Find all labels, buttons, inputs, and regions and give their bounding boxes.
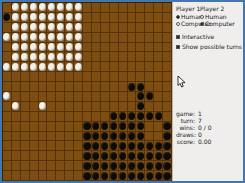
radio-button-icon[interactable] xyxy=(176,22,180,26)
board-cell[interactable] xyxy=(21,171,30,181)
board-cell[interactable] xyxy=(128,3,137,13)
board-cell[interactable] xyxy=(154,3,163,13)
board-cell[interactable] xyxy=(101,52,110,62)
board-cell[interactable] xyxy=(12,122,21,132)
board-cell[interactable] xyxy=(92,151,101,161)
board-cell[interactable] xyxy=(110,171,119,181)
board-cell[interactable] xyxy=(110,33,119,43)
board-cell[interactable] xyxy=(136,151,145,161)
board-cell[interactable] xyxy=(128,43,137,53)
board-cell[interactable] xyxy=(56,3,65,13)
board-cell[interactable] xyxy=(119,92,128,102)
board-cell[interactable] xyxy=(65,3,74,13)
board-cell[interactable] xyxy=(136,33,145,43)
board-cell[interactable] xyxy=(145,23,154,33)
board-cell[interactable] xyxy=(145,161,154,171)
board-cell[interactable] xyxy=(119,171,128,181)
board-cell[interactable] xyxy=(47,82,56,92)
board-cell[interactable] xyxy=(92,72,101,82)
board-cell[interactable] xyxy=(56,102,65,112)
board-cell[interactable] xyxy=(119,102,128,112)
board-cell[interactable] xyxy=(21,92,30,102)
board-cell[interactable] xyxy=(110,102,119,112)
board-cell[interactable] xyxy=(12,52,21,62)
board-cell[interactable] xyxy=(30,72,39,82)
board-cell[interactable] xyxy=(163,132,172,142)
board-cell[interactable] xyxy=(65,92,74,102)
board-cell[interactable] xyxy=(145,171,154,181)
board-cell[interactable] xyxy=(136,92,145,102)
board-cell[interactable] xyxy=(119,72,128,82)
board-cell[interactable] xyxy=(83,132,92,142)
board-cell[interactable] xyxy=(47,52,56,62)
board-cell[interactable] xyxy=(163,151,172,161)
player2-human-option[interactable]: Human xyxy=(200,13,242,20)
board-cell[interactable] xyxy=(136,3,145,13)
board-cell[interactable] xyxy=(65,62,74,72)
board-cell[interactable] xyxy=(136,23,145,33)
board-cell[interactable] xyxy=(30,82,39,92)
board-cell[interactable] xyxy=(39,112,48,122)
board-cell[interactable] xyxy=(65,161,74,171)
board-cell[interactable] xyxy=(128,141,137,151)
board-cell[interactable] xyxy=(110,82,119,92)
board-cell[interactable] xyxy=(154,43,163,53)
board-cell[interactable] xyxy=(119,43,128,53)
board-cell[interactable] xyxy=(154,82,163,92)
board-cell[interactable] xyxy=(65,122,74,132)
board-cell[interactable] xyxy=(83,43,92,53)
board-cell[interactable] xyxy=(110,13,119,23)
board-cell[interactable] xyxy=(119,3,128,13)
board-cell[interactable] xyxy=(136,43,145,53)
board-cell[interactable] xyxy=(110,3,119,13)
board-cell[interactable] xyxy=(39,141,48,151)
board-cell[interactable] xyxy=(39,92,48,102)
board-cell[interactable] xyxy=(83,151,92,161)
board-cell[interactable] xyxy=(74,132,83,142)
board-cell[interactable] xyxy=(110,62,119,72)
board-cell[interactable] xyxy=(74,171,83,181)
board-cell[interactable] xyxy=(30,33,39,43)
board-cell[interactable] xyxy=(92,3,101,13)
board-cell[interactable] xyxy=(101,151,110,161)
board-cell[interactable] xyxy=(21,102,30,112)
board-cell[interactable] xyxy=(154,62,163,72)
board-cell[interactable] xyxy=(12,72,21,82)
board-cell[interactable] xyxy=(47,151,56,161)
board-cell[interactable] xyxy=(83,33,92,43)
board-cell[interactable] xyxy=(3,82,12,92)
board-cell[interactable] xyxy=(30,132,39,142)
board-cell[interactable] xyxy=(56,112,65,122)
board-cell[interactable] xyxy=(65,132,74,142)
board-cell[interactable] xyxy=(92,23,101,33)
board-cell[interactable] xyxy=(92,132,101,142)
board-cell[interactable] xyxy=(56,23,65,33)
board-cell[interactable] xyxy=(145,92,154,102)
board-cell[interactable] xyxy=(154,141,163,151)
board-cell[interactable] xyxy=(154,33,163,43)
board-cell[interactable] xyxy=(163,122,172,132)
board-cell[interactable] xyxy=(145,151,154,161)
board-cell[interactable] xyxy=(101,102,110,112)
board-cell[interactable] xyxy=(110,92,119,102)
board-cell[interactable] xyxy=(39,3,48,13)
board-cell[interactable] xyxy=(3,72,12,82)
board-cell[interactable] xyxy=(3,52,12,62)
board-cell[interactable] xyxy=(110,122,119,132)
board-cell[interactable] xyxy=(136,82,145,92)
board-cell[interactable] xyxy=(128,23,137,33)
board-cell[interactable] xyxy=(110,23,119,33)
board-cell[interactable] xyxy=(92,52,101,62)
board-cell[interactable] xyxy=(92,92,101,102)
board-cell[interactable] xyxy=(3,122,12,132)
board-cell[interactable] xyxy=(30,23,39,33)
board-cell[interactable] xyxy=(110,161,119,171)
board-cell[interactable] xyxy=(101,33,110,43)
board-cell[interactable] xyxy=(39,33,48,43)
board-cell[interactable] xyxy=(154,102,163,112)
interactive-checkbox-row[interactable]: Interactive xyxy=(176,33,242,40)
board-cell[interactable] xyxy=(83,161,92,171)
board-cell[interactable] xyxy=(56,33,65,43)
board-cell[interactable] xyxy=(154,151,163,161)
board-cell[interactable] xyxy=(47,122,56,132)
board-cell[interactable] xyxy=(163,13,172,23)
board-cell[interactable] xyxy=(83,3,92,13)
board-cell[interactable] xyxy=(101,112,110,122)
board-cell[interactable] xyxy=(92,13,101,23)
board-cell[interactable] xyxy=(12,171,21,181)
board-cell[interactable] xyxy=(12,13,21,23)
board-cell[interactable] xyxy=(145,82,154,92)
board-cell[interactable] xyxy=(110,43,119,53)
board-cell[interactable] xyxy=(12,92,21,102)
board-cell[interactable] xyxy=(154,132,163,142)
board-cell[interactable] xyxy=(154,112,163,122)
board-cell[interactable] xyxy=(128,62,137,72)
board-cell[interactable] xyxy=(145,102,154,112)
board-cell[interactable] xyxy=(163,92,172,102)
board-cell[interactable] xyxy=(136,62,145,72)
board-cell[interactable] xyxy=(119,52,128,62)
board-cell[interactable] xyxy=(128,112,137,122)
board-cell[interactable] xyxy=(136,132,145,142)
board-cell[interactable] xyxy=(92,171,101,181)
board-cell[interactable] xyxy=(65,43,74,53)
board-cell[interactable] xyxy=(145,141,154,151)
board-cell[interactable] xyxy=(92,33,101,43)
board-cell[interactable] xyxy=(65,33,74,43)
board-cell[interactable] xyxy=(163,112,172,122)
board-cell[interactable] xyxy=(74,62,83,72)
board-cell[interactable] xyxy=(92,62,101,72)
player2-computer-option[interactable]: Computer xyxy=(200,20,242,27)
board-cell[interactable] xyxy=(74,141,83,151)
board-cell[interactable] xyxy=(119,141,128,151)
board-cell[interactable] xyxy=(163,161,172,171)
board-cell[interactable] xyxy=(119,161,128,171)
board-cell[interactable] xyxy=(39,62,48,72)
board-cell[interactable] xyxy=(101,62,110,72)
board-cell[interactable] xyxy=(3,23,12,33)
board-cell[interactable] xyxy=(12,3,21,13)
board-cell[interactable] xyxy=(154,122,163,132)
board-cell[interactable] xyxy=(47,23,56,33)
board-cell[interactable] xyxy=(74,92,83,102)
board-cell[interactable] xyxy=(92,141,101,151)
board-cell[interactable] xyxy=(74,52,83,62)
board-cell[interactable] xyxy=(119,13,128,23)
board-cell[interactable] xyxy=(136,72,145,82)
board-cell[interactable] xyxy=(83,92,92,102)
board-cell[interactable] xyxy=(47,171,56,181)
board-cell[interactable] xyxy=(154,72,163,82)
board-cell[interactable] xyxy=(110,112,119,122)
board-cell[interactable] xyxy=(136,161,145,171)
board-cell[interactable] xyxy=(12,33,21,43)
board-cell[interactable] xyxy=(128,161,137,171)
board-cell[interactable] xyxy=(101,3,110,13)
board-cell[interactable] xyxy=(163,62,172,72)
player1-human-option[interactable]: Human xyxy=(176,13,199,20)
board-cell[interactable] xyxy=(128,82,137,92)
board-cell[interactable] xyxy=(56,13,65,23)
board-cell[interactable] xyxy=(56,151,65,161)
board-cell[interactable] xyxy=(30,161,39,171)
board-cell[interactable] xyxy=(30,171,39,181)
board-cell[interactable] xyxy=(3,102,12,112)
show-possible-turns-checkbox-row[interactable]: Show possible turns xyxy=(176,43,242,50)
reversi-board[interactable] xyxy=(2,2,172,181)
board-cell[interactable] xyxy=(128,171,137,181)
board-cell[interactable] xyxy=(12,62,21,72)
board-cell[interactable] xyxy=(30,122,39,132)
board-cell[interactable] xyxy=(3,161,12,171)
board-cell[interactable] xyxy=(65,151,74,161)
board-cell[interactable] xyxy=(154,92,163,102)
board-cell[interactable] xyxy=(56,82,65,92)
board-cell[interactable] xyxy=(145,52,154,62)
board-cell[interactable] xyxy=(12,132,21,142)
board-cell[interactable] xyxy=(56,141,65,151)
board-cell[interactable] xyxy=(145,132,154,142)
board-cell[interactable] xyxy=(21,82,30,92)
board-cell[interactable] xyxy=(92,82,101,92)
board-cell[interactable] xyxy=(21,132,30,142)
board-cell[interactable] xyxy=(145,3,154,13)
board-cell[interactable] xyxy=(145,33,154,43)
board-cell[interactable] xyxy=(56,72,65,82)
board-cell[interactable] xyxy=(12,82,21,92)
board-cell[interactable] xyxy=(101,82,110,92)
board-cell[interactable] xyxy=(21,62,30,72)
board-cell[interactable] xyxy=(83,23,92,33)
board-cell[interactable] xyxy=(21,33,30,43)
board-cell[interactable] xyxy=(119,33,128,43)
board-cell[interactable] xyxy=(3,3,12,13)
board-cell[interactable] xyxy=(119,122,128,132)
board-cell[interactable] xyxy=(30,92,39,102)
board-cell[interactable] xyxy=(101,43,110,53)
board-cell[interactable] xyxy=(119,23,128,33)
board-cell[interactable] xyxy=(163,23,172,33)
board-cell[interactable] xyxy=(47,132,56,142)
board-cell[interactable] xyxy=(3,92,12,102)
board-cell[interactable] xyxy=(21,23,30,33)
board-cell[interactable] xyxy=(21,72,30,82)
board-cell[interactable] xyxy=(56,122,65,132)
radio-button-icon[interactable] xyxy=(200,15,204,19)
board-cell[interactable] xyxy=(65,82,74,92)
board-cell[interactable] xyxy=(47,72,56,82)
board-cell[interactable] xyxy=(30,52,39,62)
board-cell[interactable] xyxy=(21,13,30,23)
board-cell[interactable] xyxy=(21,43,30,53)
board-cell[interactable] xyxy=(154,161,163,171)
board-cell[interactable] xyxy=(101,161,110,171)
board-cell[interactable] xyxy=(47,3,56,13)
board-cell[interactable] xyxy=(163,33,172,43)
board-cell[interactable] xyxy=(145,72,154,82)
board-cell[interactable] xyxy=(119,82,128,92)
board-cell[interactable] xyxy=(21,161,30,171)
board-cell[interactable] xyxy=(65,102,74,112)
board-cell[interactable] xyxy=(30,43,39,53)
board-cell[interactable] xyxy=(47,33,56,43)
board-cell[interactable] xyxy=(12,151,21,161)
checkbox-icon[interactable] xyxy=(176,35,180,39)
board-cell[interactable] xyxy=(74,72,83,82)
board-cell[interactable] xyxy=(39,52,48,62)
board-cell[interactable] xyxy=(92,43,101,53)
radio-button-icon[interactable] xyxy=(176,15,180,19)
board-cell[interactable] xyxy=(101,141,110,151)
board-cell[interactable] xyxy=(74,102,83,112)
board-cell[interactable] xyxy=(101,132,110,142)
board-cell[interactable] xyxy=(83,112,92,122)
board-cell[interactable] xyxy=(56,132,65,142)
board-cell[interactable] xyxy=(12,43,21,53)
board-cell[interactable] xyxy=(56,171,65,181)
board-cell[interactable] xyxy=(47,161,56,171)
board-cell[interactable] xyxy=(65,141,74,151)
board-cell[interactable] xyxy=(163,72,172,82)
board-cell[interactable] xyxy=(65,112,74,122)
board-cell[interactable] xyxy=(83,82,92,92)
board-cell[interactable] xyxy=(3,33,12,43)
board-cell[interactable] xyxy=(21,151,30,161)
board-cell[interactable] xyxy=(39,23,48,33)
board-cell[interactable] xyxy=(136,141,145,151)
board-cell[interactable] xyxy=(74,23,83,33)
board-cell[interactable] xyxy=(74,161,83,171)
board-cell[interactable] xyxy=(163,43,172,53)
board-cell[interactable] xyxy=(3,112,12,122)
board-cell[interactable] xyxy=(30,151,39,161)
board-cell[interactable] xyxy=(136,102,145,112)
board-cell[interactable] xyxy=(145,112,154,122)
board-cell[interactable] xyxy=(83,141,92,151)
board-cell[interactable] xyxy=(154,171,163,181)
board-cell[interactable] xyxy=(145,43,154,53)
board-cell[interactable] xyxy=(30,62,39,72)
board-cell[interactable] xyxy=(163,171,172,181)
board-cell[interactable] xyxy=(74,13,83,23)
board-cell[interactable] xyxy=(128,132,137,142)
board-cell[interactable] xyxy=(65,52,74,62)
board-cell[interactable] xyxy=(110,52,119,62)
board-cell[interactable] xyxy=(128,92,137,102)
board-cell[interactable] xyxy=(92,112,101,122)
board-cell[interactable] xyxy=(101,92,110,102)
board-cell[interactable] xyxy=(101,23,110,33)
board-cell[interactable] xyxy=(30,13,39,23)
board-cell[interactable] xyxy=(47,43,56,53)
board-cell[interactable] xyxy=(12,23,21,33)
board-cell[interactable] xyxy=(101,72,110,82)
board-cell[interactable] xyxy=(74,82,83,92)
board-cell[interactable] xyxy=(83,72,92,82)
board-cell[interactable] xyxy=(30,141,39,151)
board-cell[interactable] xyxy=(163,82,172,92)
board-cell[interactable] xyxy=(119,112,128,122)
board-cell[interactable] xyxy=(110,141,119,151)
board-cell[interactable] xyxy=(39,72,48,82)
board-cell[interactable] xyxy=(163,102,172,112)
board-cell[interactable] xyxy=(83,13,92,23)
board-cell[interactable] xyxy=(3,62,12,72)
board-cell[interactable] xyxy=(21,112,30,122)
board-cell[interactable] xyxy=(12,161,21,171)
board-cell[interactable] xyxy=(39,13,48,23)
board-cell[interactable] xyxy=(12,141,21,151)
board-cell[interactable] xyxy=(21,3,30,13)
board-cell[interactable] xyxy=(154,13,163,23)
board-cell[interactable] xyxy=(92,122,101,132)
board-cell[interactable] xyxy=(39,161,48,171)
board-cell[interactable] xyxy=(12,112,21,122)
board-cell[interactable] xyxy=(39,171,48,181)
board-cell[interactable] xyxy=(47,112,56,122)
board-cell[interactable] xyxy=(145,62,154,72)
board-cell[interactable] xyxy=(39,132,48,142)
board-cell[interactable] xyxy=(56,62,65,72)
board-cell[interactable] xyxy=(47,102,56,112)
board-cell[interactable] xyxy=(12,102,21,112)
board-cell[interactable] xyxy=(136,52,145,62)
board-cell[interactable] xyxy=(3,151,12,161)
board-cell[interactable] xyxy=(163,52,172,62)
board-cell[interactable] xyxy=(47,13,56,23)
board-cell[interactable] xyxy=(74,112,83,122)
board-cell[interactable] xyxy=(47,92,56,102)
board-cell[interactable] xyxy=(39,102,48,112)
board-cell[interactable] xyxy=(39,43,48,53)
board-cell[interactable] xyxy=(65,171,74,181)
board-cell[interactable] xyxy=(65,13,74,23)
board-cell[interactable] xyxy=(47,141,56,151)
board-cell[interactable] xyxy=(39,82,48,92)
board-cell[interactable] xyxy=(92,161,101,171)
board-cell[interactable] xyxy=(101,13,110,23)
board-cell[interactable] xyxy=(163,141,172,151)
board-cell[interactable] xyxy=(128,33,137,43)
board-cell[interactable] xyxy=(110,72,119,82)
board-cell[interactable] xyxy=(119,62,128,72)
